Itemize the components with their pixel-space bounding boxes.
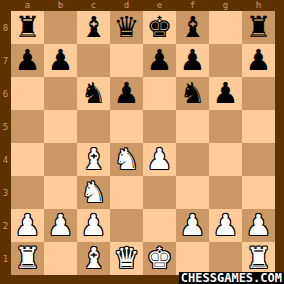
- square-b3[interactable]: [44, 176, 77, 209]
- black-pawn[interactable]: ♟: [48, 44, 74, 77]
- square-e8[interactable]: ♚: [143, 11, 176, 44]
- black-pawn[interactable]: ♟: [180, 44, 206, 77]
- square-d2[interactable]: [110, 209, 143, 242]
- square-c6[interactable]: ♞: [77, 77, 110, 110]
- square-g4[interactable]: [209, 143, 242, 176]
- square-g2[interactable]: ♟: [209, 209, 242, 242]
- square-c1[interactable]: ♝: [77, 242, 110, 275]
- square-g7[interactable]: [209, 44, 242, 77]
- square-f7[interactable]: ♟: [176, 44, 209, 77]
- square-b5[interactable]: [44, 110, 77, 143]
- square-f6[interactable]: ♞: [176, 77, 209, 110]
- square-a2[interactable]: ♟: [11, 209, 44, 242]
- square-b7[interactable]: ♟: [44, 44, 77, 77]
- square-a6[interactable]: [11, 77, 44, 110]
- white-pawn[interactable]: ♟: [15, 209, 41, 242]
- white-pawn[interactable]: ♟: [246, 209, 272, 242]
- square-e5[interactable]: [143, 110, 176, 143]
- rank-label-4: 4: [0, 143, 11, 176]
- chess-board-frame: abcdefgh 87654321 ♜♝♛♚♝♜♟♟♟♟♟♞♟♞♟♝♞♟♞♟♟♟…: [0, 0, 284, 284]
- square-f4[interactable]: [176, 143, 209, 176]
- file-label-g: g: [209, 0, 242, 11]
- square-f2[interactable]: ♟: [176, 209, 209, 242]
- square-g5[interactable]: [209, 110, 242, 143]
- white-pawn[interactable]: ♟: [147, 143, 173, 176]
- white-knight[interactable]: ♞: [114, 143, 140, 176]
- white-pawn[interactable]: ♟: [81, 209, 107, 242]
- rank-label-8: 8: [0, 11, 11, 44]
- black-king[interactable]: ♚: [147, 11, 173, 44]
- square-c2[interactable]: ♟: [77, 209, 110, 242]
- square-a7[interactable]: ♟: [11, 44, 44, 77]
- square-b1[interactable]: [44, 242, 77, 275]
- square-c4[interactable]: ♝: [77, 143, 110, 176]
- square-a4[interactable]: [11, 143, 44, 176]
- black-knight[interactable]: ♞: [180, 77, 206, 110]
- square-c8[interactable]: ♝: [77, 11, 110, 44]
- white-bishop[interactable]: ♝: [81, 242, 107, 275]
- square-d4[interactable]: ♞: [110, 143, 143, 176]
- black-knight[interactable]: ♞: [81, 77, 107, 110]
- file-label-h: h: [242, 0, 275, 11]
- rank-label-2: 2: [0, 209, 11, 242]
- black-rook[interactable]: ♜: [15, 11, 41, 44]
- rank-label-6: 6: [0, 77, 11, 110]
- square-d6[interactable]: ♟: [110, 77, 143, 110]
- square-d7[interactable]: [110, 44, 143, 77]
- square-e3[interactable]: [143, 176, 176, 209]
- white-bishop[interactable]: ♝: [81, 143, 107, 176]
- rank-label-1: 1: [0, 242, 11, 275]
- file-label-a: a: [11, 0, 44, 11]
- file-label-b: b: [44, 0, 77, 11]
- rank-label-5: 5: [0, 110, 11, 143]
- square-h2[interactable]: ♟: [242, 209, 275, 242]
- black-bishop[interactable]: ♝: [81, 11, 107, 44]
- white-queen[interactable]: ♛: [114, 242, 140, 275]
- black-pawn[interactable]: ♟: [114, 77, 140, 110]
- square-h7[interactable]: ♟: [242, 44, 275, 77]
- square-g3[interactable]: [209, 176, 242, 209]
- white-king[interactable]: ♚: [147, 242, 173, 275]
- square-d8[interactable]: ♛: [110, 11, 143, 44]
- black-pawn[interactable]: ♟: [213, 77, 239, 110]
- square-d3[interactable]: [110, 176, 143, 209]
- square-b8[interactable]: [44, 11, 77, 44]
- black-pawn[interactable]: ♟: [246, 44, 272, 77]
- square-h4[interactable]: [242, 143, 275, 176]
- square-h6[interactable]: [242, 77, 275, 110]
- square-e4[interactable]: ♟: [143, 143, 176, 176]
- file-label-f: f: [176, 0, 209, 11]
- file-label-d: d: [110, 0, 143, 11]
- square-d1[interactable]: ♛: [110, 242, 143, 275]
- square-b6[interactable]: [44, 77, 77, 110]
- square-a1[interactable]: ♜: [11, 242, 44, 275]
- file-label-e: e: [143, 0, 176, 11]
- white-pawn[interactable]: ♟: [48, 209, 74, 242]
- square-b2[interactable]: ♟: [44, 209, 77, 242]
- black-bishop[interactable]: ♝: [180, 11, 206, 44]
- square-f3[interactable]: [176, 176, 209, 209]
- square-g8[interactable]: [209, 11, 242, 44]
- square-h3[interactable]: [242, 176, 275, 209]
- square-h5[interactable]: [242, 110, 275, 143]
- white-knight[interactable]: ♞: [81, 176, 107, 209]
- black-rook[interactable]: ♜: [246, 11, 272, 44]
- white-pawn[interactable]: ♟: [180, 209, 206, 242]
- square-g6[interactable]: ♟: [209, 77, 242, 110]
- square-c7[interactable]: [77, 44, 110, 77]
- square-e1[interactable]: ♚: [143, 242, 176, 275]
- square-a3[interactable]: [11, 176, 44, 209]
- square-f5[interactable]: [176, 110, 209, 143]
- black-pawn[interactable]: ♟: [147, 44, 173, 77]
- white-rook[interactable]: ♜: [15, 242, 41, 275]
- square-c3[interactable]: ♞: [77, 176, 110, 209]
- square-a5[interactable]: [11, 110, 44, 143]
- square-b4[interactable]: [44, 143, 77, 176]
- chessgames-watermark: CHESSGAMES.COM: [179, 272, 284, 284]
- file-label-c: c: [77, 0, 110, 11]
- square-e7[interactable]: ♟: [143, 44, 176, 77]
- black-queen[interactable]: ♛: [114, 11, 140, 44]
- white-pawn[interactable]: ♟: [213, 209, 239, 242]
- chess-board: ♜♝♛♚♝♜♟♟♟♟♟♞♟♞♟♝♞♟♞♟♟♟♟♟♟♜♝♛♚♜: [11, 11, 275, 275]
- black-pawn[interactable]: ♟: [15, 44, 41, 77]
- square-a8[interactable]: ♜: [11, 11, 44, 44]
- square-c5[interactable]: [77, 110, 110, 143]
- square-f8[interactable]: ♝: [176, 11, 209, 44]
- rank-label-7: 7: [0, 44, 11, 77]
- square-h8[interactable]: ♜: [242, 11, 275, 44]
- rank-label-3: 3: [0, 176, 11, 209]
- square-e2[interactable]: [143, 209, 176, 242]
- square-e6[interactable]: [143, 77, 176, 110]
- square-d5[interactable]: [110, 110, 143, 143]
